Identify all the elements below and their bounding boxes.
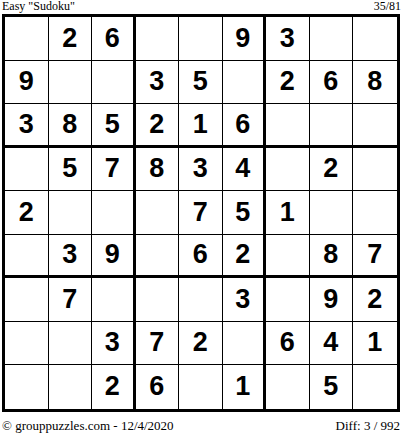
clue-counter: 35/81 <box>374 0 401 13</box>
cell-r4c9[interactable] <box>353 148 397 192</box>
cell-r7c4[interactable] <box>136 278 180 322</box>
cell-r7c6: 3 <box>223 278 267 322</box>
cell-r8c1[interactable] <box>5 322 49 366</box>
cell-r8c2[interactable] <box>49 322 93 366</box>
cell-r1c9[interactable] <box>353 17 397 61</box>
header: Easy "Sudoku" 35/81 <box>0 0 402 14</box>
cell-r3c9[interactable] <box>353 104 397 148</box>
cell-r2c3[interactable] <box>92 61 136 105</box>
cell-r4c3: 7 <box>92 148 136 192</box>
cell-r6c6: 2 <box>223 235 267 279</box>
cell-r5c2[interactable] <box>49 191 93 235</box>
cell-r7c3[interactable] <box>92 278 136 322</box>
cell-r9c5[interactable] <box>179 365 223 409</box>
sudoku-board: 2693935268385216578342275139628773923726… <box>2 14 400 412</box>
cell-r5c8[interactable] <box>310 191 354 235</box>
cell-r3c3: 5 <box>92 104 136 148</box>
cell-r6c8: 8 <box>310 235 354 279</box>
cell-r6c5: 6 <box>179 235 223 279</box>
cell-r2c6[interactable] <box>223 61 267 105</box>
cell-r1c4[interactable] <box>136 17 180 61</box>
cell-r1c6: 9 <box>223 17 267 61</box>
cell-r8c6[interactable] <box>223 322 267 366</box>
cell-r6c2: 3 <box>49 235 93 279</box>
cell-r5c4[interactable] <box>136 191 180 235</box>
cell-r9c8: 5 <box>310 365 354 409</box>
cell-r4c8: 2 <box>310 148 354 192</box>
difficulty-text: Diff: 3 / 992 <box>336 418 400 433</box>
cell-r2c8: 6 <box>310 61 354 105</box>
cell-r6c1[interactable] <box>5 235 49 279</box>
cell-r4c7[interactable] <box>266 148 310 192</box>
page: Easy "Sudoku" 35/81 26939352683852165783… <box>0 0 402 437</box>
cell-r2c4: 3 <box>136 61 180 105</box>
cell-r1c1[interactable] <box>5 17 49 61</box>
cell-r6c4[interactable] <box>136 235 180 279</box>
cell-r8c3: 3 <box>92 322 136 366</box>
cell-r5c7: 1 <box>266 191 310 235</box>
cell-r8c7: 6 <box>266 322 310 366</box>
cell-r7c9: 2 <box>353 278 397 322</box>
cell-r1c8[interactable] <box>310 17 354 61</box>
cell-r5c1: 2 <box>5 191 49 235</box>
cell-r3c1: 3 <box>5 104 49 148</box>
cell-r7c8: 9 <box>310 278 354 322</box>
cell-r5c9[interactable] <box>353 191 397 235</box>
cell-r7c5[interactable] <box>179 278 223 322</box>
cell-r1c7: 3 <box>266 17 310 61</box>
cell-r3c2: 8 <box>49 104 93 148</box>
cell-r7c2: 7 <box>49 278 93 322</box>
cell-r5c3[interactable] <box>92 191 136 235</box>
cell-r1c2: 2 <box>49 17 93 61</box>
cell-r9c2[interactable] <box>49 365 93 409</box>
cell-r3c4: 2 <box>136 104 180 148</box>
puzzle-title: Easy "Sudoku" <box>2 0 75 13</box>
cell-r5c6: 5 <box>223 191 267 235</box>
footer: © grouppuzzles.com - 12/4/2020 Diff: 3 /… <box>0 418 402 437</box>
cell-r9c3: 2 <box>92 365 136 409</box>
cell-r2c7: 2 <box>266 61 310 105</box>
cell-r4c1[interactable] <box>5 148 49 192</box>
cell-r2c9: 8 <box>353 61 397 105</box>
cell-r9c1[interactable] <box>5 365 49 409</box>
cell-r3c8[interactable] <box>310 104 354 148</box>
cell-r4c4: 8 <box>136 148 180 192</box>
cell-r2c5: 5 <box>179 61 223 105</box>
cell-r4c5: 3 <box>179 148 223 192</box>
cell-r7c1[interactable] <box>5 278 49 322</box>
cell-r8c8: 4 <box>310 322 354 366</box>
cell-r1c5[interactable] <box>179 17 223 61</box>
cell-r8c5: 2 <box>179 322 223 366</box>
cell-r4c2: 5 <box>49 148 93 192</box>
cell-r9c9[interactable] <box>353 365 397 409</box>
cell-r6c3: 9 <box>92 235 136 279</box>
cell-r9c6: 1 <box>223 365 267 409</box>
cell-r3c5: 1 <box>179 104 223 148</box>
cell-r9c7[interactable] <box>266 365 310 409</box>
cell-r2c2[interactable] <box>49 61 93 105</box>
cell-r6c9: 7 <box>353 235 397 279</box>
cell-r2c1: 9 <box>5 61 49 105</box>
cell-r3c6: 6 <box>223 104 267 148</box>
cell-r1c3: 6 <box>92 17 136 61</box>
cell-r8c9: 1 <box>353 322 397 366</box>
cell-r9c4: 6 <box>136 365 180 409</box>
cell-r7c7[interactable] <box>266 278 310 322</box>
copyright-text: © grouppuzzles.com - 12/4/2020 <box>2 418 174 433</box>
cell-r8c4: 7 <box>136 322 180 366</box>
cell-r3c7[interactable] <box>266 104 310 148</box>
cell-r6c7[interactable] <box>266 235 310 279</box>
cell-r5c5: 7 <box>179 191 223 235</box>
cell-r4c6: 4 <box>223 148 267 192</box>
